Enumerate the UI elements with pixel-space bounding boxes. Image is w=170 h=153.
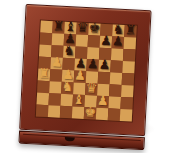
square-d2[interactable]: ♝ [72, 94, 85, 107]
square-d4[interactable]: ♟ [74, 70, 87, 83]
square-h7[interactable] [124, 37, 137, 50]
square-g7[interactable]: ♟ [112, 36, 125, 49]
square-f1[interactable] [96, 108, 109, 121]
scene: ♜♝♛♚♞♜♟♟♟♞♟♟♟♟♜♟♟♞♛♝♟♚ [0, 0, 170, 153]
square-e8[interactable]: ♚ [88, 23, 101, 36]
square-c6[interactable]: ♞ [63, 46, 76, 59]
square-d7[interactable] [76, 34, 89, 47]
square-f5[interactable]: ♟ [98, 60, 111, 73]
piece-black-pawn[interactable]: ♟ [99, 59, 111, 72]
square-a6[interactable] [39, 45, 52, 58]
square-h1[interactable] [120, 109, 133, 122]
square-e5[interactable]: ♟ [86, 59, 99, 72]
piece-black-queen[interactable]: ♛ [76, 22, 88, 35]
square-g1[interactable] [108, 108, 121, 121]
square-b4[interactable] [50, 69, 63, 82]
square-g4[interactable] [110, 72, 123, 85]
square-a8[interactable] [40, 21, 53, 34]
square-b5[interactable]: ♟ [50, 57, 63, 70]
square-a3[interactable] [37, 81, 50, 94]
square-e7[interactable] [88, 35, 101, 48]
chess-board: ♜♝♛♚♞♜♟♟♟♞♟♟♟♟♜♟♟♞♛♝♟♚ [35, 20, 138, 123]
piece-black-pawn[interactable]: ♟ [112, 35, 124, 48]
square-a1[interactable] [36, 104, 49, 117]
piece-white-rook[interactable]: ♜ [38, 68, 50, 81]
square-g3[interactable] [109, 84, 122, 97]
drawer-pull-notch[interactable] [64, 137, 74, 142]
square-f7[interactable]: ♟ [100, 36, 113, 49]
piece-black-pawn[interactable]: ♟ [87, 58, 99, 71]
chess-box: ♜♝♛♚♞♜♟♟♟♞♟♟♟♟♜♟♟♞♛♝♟♚ [18, 4, 151, 150]
square-h2[interactable] [120, 97, 133, 110]
square-h3[interactable] [121, 85, 134, 98]
piece-white-pawn[interactable]: ♟ [74, 69, 86, 82]
square-h8[interactable]: ♜ [124, 25, 137, 38]
square-c1[interactable] [60, 106, 73, 119]
square-a2[interactable] [36, 93, 49, 106]
piece-white-pawn[interactable]: ♟ [51, 56, 63, 69]
square-b3[interactable] [49, 81, 62, 94]
square-c3[interactable]: ♞ [61, 82, 74, 95]
piece-white-queen[interactable]: ♛ [85, 82, 97, 95]
board-frame: ♜♝♛♚♞♜♟♟♟♞♟♟♟♟♜♟♟♞♛♝♟♚ [19, 4, 151, 136]
square-d8[interactable]: ♛ [76, 22, 89, 35]
square-b7[interactable] [52, 33, 65, 46]
square-g2[interactable] [108, 96, 121, 109]
square-h5[interactable] [122, 61, 135, 74]
piece-white-king[interactable]: ♚ [84, 106, 96, 119]
square-b2[interactable] [48, 93, 61, 106]
square-e3[interactable]: ♛ [85, 83, 98, 96]
piece-black-pawn[interactable]: ♟ [100, 35, 112, 48]
piece-black-rook[interactable]: ♜ [52, 20, 64, 33]
square-g5[interactable] [110, 60, 123, 73]
piece-white-knight[interactable]: ♞ [61, 81, 73, 94]
square-a7[interactable] [40, 33, 53, 46]
square-d1[interactable] [72, 106, 85, 119]
square-h4[interactable] [122, 73, 135, 86]
piece-white-pawn[interactable]: ♟ [97, 95, 109, 108]
square-f4[interactable] [98, 72, 111, 85]
square-b1[interactable] [48, 105, 61, 118]
square-a4[interactable]: ♜ [38, 69, 51, 82]
piece-black-rook[interactable]: ♜ [124, 24, 136, 37]
square-h6[interactable] [123, 49, 136, 62]
square-c2[interactable] [60, 94, 73, 107]
square-e1[interactable]: ♚ [84, 107, 97, 120]
piece-black-knight[interactable]: ♞ [63, 45, 75, 58]
piece-white-bishop[interactable]: ♝ [73, 93, 85, 106]
square-b8[interactable]: ♜ [52, 21, 65, 34]
square-f2[interactable]: ♟ [96, 96, 109, 109]
piece-black-king[interactable]: ♚ [88, 22, 100, 35]
square-g6[interactable] [111, 48, 124, 61]
